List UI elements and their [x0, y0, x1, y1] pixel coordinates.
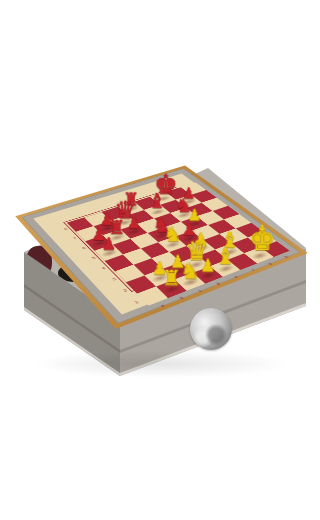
yellow-king-icon: ♚	[249, 225, 270, 255]
yellow-rook-icon: ♜	[160, 268, 182, 289]
yellow-knight-icon: ♞	[162, 224, 182, 244]
red-pawn-icon: ♟	[99, 236, 120, 253]
red-bishop-icon: ♝	[148, 192, 167, 212]
product-photo: { "game": "chess", "scene": { "descripti…	[0, 0, 320, 520]
ground-shadow	[30, 350, 292, 378]
metallic-emblem	[190, 308, 232, 350]
red-pawn-icon: ♟	[124, 215, 144, 231]
